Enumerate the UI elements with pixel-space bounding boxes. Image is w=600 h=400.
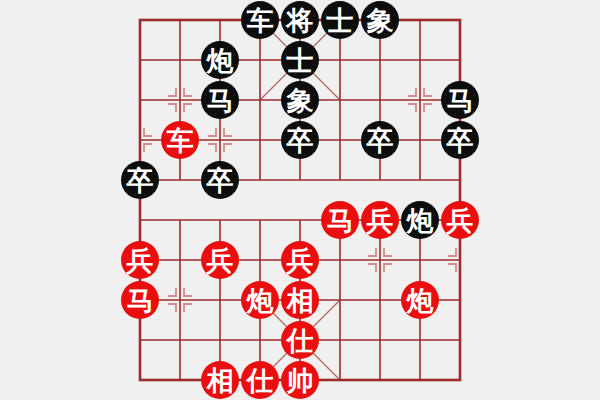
piece-red-soldier[interactable]: 兵 — [281, 241, 319, 279]
piece-black-elephant[interactable]: 象 — [281, 81, 319, 119]
board-point-6-7[interactable] — [360, 280, 400, 320]
piece-red-general[interactable]: 帅 — [281, 361, 319, 399]
piece-red-elephant[interactable]: 相 — [281, 281, 319, 319]
board-point-0-9[interactable] — [120, 360, 160, 400]
board-point-7-8[interactable] — [400, 320, 440, 360]
piece-black-soldier[interactable]: 卒 — [281, 121, 319, 159]
board-point-3-6[interactable] — [240, 240, 280, 280]
board-point-3-2[interactable] — [240, 80, 280, 120]
board-point-1-5[interactable] — [160, 200, 200, 240]
piece-red-soldier[interactable]: 兵 — [441, 201, 479, 239]
piece-red-horse[interactable]: 马 — [321, 201, 359, 239]
board-point-5-3[interactable] — [320, 120, 360, 160]
board-intersections: 车将士象炮士马象马车卒卒卒卒卒马兵炮兵兵兵兵马炮相炮仕相仕帅 — [120, 0, 480, 400]
piece-red-elephant[interactable]: 相 — [201, 361, 239, 399]
board-point-3-8[interactable] — [240, 320, 280, 360]
board-point-5-8[interactable] — [320, 320, 360, 360]
board-point-0-8[interactable] — [120, 320, 160, 360]
board-point-5-4[interactable] — [320, 160, 360, 200]
piece-black-horse[interactable]: 马 — [441, 81, 479, 119]
piece-black-cannon[interactable]: 炮 — [201, 41, 239, 79]
piece-red-chariot[interactable]: 车 — [161, 121, 199, 159]
board-point-5-1[interactable] — [320, 40, 360, 80]
board-point-1-6[interactable] — [160, 240, 200, 280]
xiangqi-board: 车将士象炮士马象马车卒卒卒卒卒马兵炮兵兵兵兵马炮相炮仕相仕帅 — [0, 0, 600, 400]
board-point-6-9[interactable] — [360, 360, 400, 400]
board-point-8-9[interactable] — [440, 360, 480, 400]
piece-red-soldier[interactable]: 兵 — [361, 201, 399, 239]
board-point-0-2[interactable] — [120, 80, 160, 120]
board-point-7-1[interactable] — [400, 40, 440, 80]
piece-red-soldier[interactable]: 兵 — [121, 241, 159, 279]
board-point-0-1[interactable] — [120, 40, 160, 80]
piece-red-advisor[interactable]: 仕 — [281, 321, 319, 359]
board-point-2-5[interactable] — [200, 200, 240, 240]
board-point-8-6[interactable] — [440, 240, 480, 280]
board-point-3-1[interactable] — [240, 40, 280, 80]
board-point-2-0[interactable] — [200, 0, 240, 40]
board-point-1-1[interactable] — [160, 40, 200, 80]
board-point-8-1[interactable] — [440, 40, 480, 80]
board-point-2-8[interactable] — [200, 320, 240, 360]
board-point-5-2[interactable] — [320, 80, 360, 120]
board-point-7-0[interactable] — [400, 0, 440, 40]
board-point-1-2[interactable] — [160, 80, 200, 120]
board-point-0-3[interactable] — [120, 120, 160, 160]
board-point-1-8[interactable] — [160, 320, 200, 360]
piece-red-advisor[interactable]: 仕 — [241, 361, 279, 399]
board-point-7-3[interactable] — [400, 120, 440, 160]
board-point-5-7[interactable] — [320, 280, 360, 320]
board-point-2-3[interactable] — [200, 120, 240, 160]
board-point-1-7[interactable] — [160, 280, 200, 320]
board-point-8-8[interactable] — [440, 320, 480, 360]
piece-black-cannon[interactable]: 炮 — [401, 201, 439, 239]
board-point-0-5[interactable] — [120, 200, 160, 240]
board-point-6-6[interactable] — [360, 240, 400, 280]
piece-red-cannon[interactable]: 炮 — [241, 281, 279, 319]
board-point-4-5[interactable] — [280, 200, 320, 240]
board-point-6-4[interactable] — [360, 160, 400, 200]
board-point-7-4[interactable] — [400, 160, 440, 200]
piece-black-horse[interactable]: 马 — [201, 81, 239, 119]
piece-red-horse[interactable]: 马 — [121, 281, 159, 319]
piece-black-soldier[interactable]: 卒 — [121, 161, 159, 199]
board-point-7-9[interactable] — [400, 360, 440, 400]
board-point-3-5[interactable] — [240, 200, 280, 240]
board-point-1-4[interactable] — [160, 160, 200, 200]
piece-black-general[interactable]: 将 — [281, 1, 319, 39]
board-point-6-1[interactable] — [360, 40, 400, 80]
board-point-5-6[interactable] — [320, 240, 360, 280]
board-point-2-7[interactable] — [200, 280, 240, 320]
board-point-5-9[interactable] — [320, 360, 360, 400]
board-point-8-4[interactable] — [440, 160, 480, 200]
piece-black-soldier[interactable]: 卒 — [361, 121, 399, 159]
piece-red-soldier[interactable]: 兵 — [201, 241, 239, 279]
piece-black-advisor[interactable]: 士 — [281, 41, 319, 79]
piece-black-chariot[interactable]: 车 — [241, 1, 279, 39]
piece-black-advisor[interactable]: 士 — [321, 1, 359, 39]
board-point-3-4[interactable] — [240, 160, 280, 200]
piece-black-soldier[interactable]: 卒 — [441, 121, 479, 159]
board-point-6-2[interactable] — [360, 80, 400, 120]
board-point-0-0[interactable] — [120, 0, 160, 40]
board-point-6-8[interactable] — [360, 320, 400, 360]
piece-black-elephant[interactable]: 象 — [361, 1, 399, 39]
board-point-7-2[interactable] — [400, 80, 440, 120]
piece-black-soldier[interactable]: 卒 — [201, 161, 239, 199]
piece-red-cannon[interactable]: 炮 — [401, 281, 439, 319]
board-point-3-3[interactable] — [240, 120, 280, 160]
board-point-1-0[interactable] — [160, 0, 200, 40]
board-point-4-4[interactable] — [280, 160, 320, 200]
board-point-1-9[interactable] — [160, 360, 200, 400]
board-point-8-0[interactable] — [440, 0, 480, 40]
board-point-7-6[interactable] — [400, 240, 440, 280]
board-point-8-7[interactable] — [440, 280, 480, 320]
